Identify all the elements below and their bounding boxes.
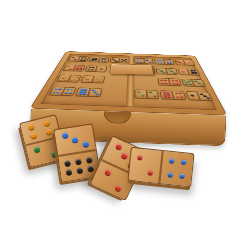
pip-blue <box>95 93 99 95</box>
tile-half-3-green <box>165 68 177 74</box>
tile-half-3-green <box>191 80 205 87</box>
tile-half-4-blue <box>158 151 193 186</box>
pip-red <box>137 155 142 160</box>
pip-blue <box>70 89 74 91</box>
pip-red <box>174 92 178 94</box>
pip-black <box>66 169 73 176</box>
domino-tile-3-5[interactable] <box>109 57 129 63</box>
pip-black <box>75 158 82 165</box>
pip-blue <box>71 136 78 143</box>
pip-black <box>100 68 103 69</box>
pip-orange <box>28 124 35 131</box>
pip-orange <box>70 79 74 81</box>
pip-blue <box>69 92 73 94</box>
pip-red <box>164 80 167 82</box>
pip-black <box>84 57 87 58</box>
pip-red <box>104 168 112 176</box>
pip-black <box>91 69 94 70</box>
pip-green <box>141 95 144 97</box>
tile-half-4-black <box>77 57 89 62</box>
pip-red <box>167 96 171 98</box>
pip-black <box>206 97 210 99</box>
tile-half-2-green <box>135 90 146 98</box>
domino-tile-5-3[interactable] <box>181 79 206 87</box>
pip-black <box>85 157 92 164</box>
pip-blue <box>181 160 186 165</box>
pip-red <box>182 71 185 72</box>
tile-half-2-red <box>128 148 161 183</box>
pip-red <box>148 170 153 175</box>
tile-half-6-black <box>187 69 200 75</box>
domino-tile-3-6[interactable] <box>81 75 105 83</box>
pip-blue <box>160 62 163 63</box>
pip-red <box>67 66 70 67</box>
pip-red <box>172 83 175 85</box>
pip-red <box>160 79 163 81</box>
pip-black <box>115 61 118 62</box>
pip-red <box>164 82 167 84</box>
left-compartment <box>47 55 129 100</box>
domino-tile-3-1[interactable] <box>174 60 195 66</box>
pip-black <box>87 166 94 173</box>
pip-red <box>175 96 179 98</box>
pip-black <box>121 61 124 62</box>
pip-red <box>175 80 178 82</box>
finger-notch <box>103 111 131 124</box>
pip-red <box>79 69 82 70</box>
tile-half-3-blue <box>87 88 101 96</box>
tile-half-2-green <box>145 90 158 98</box>
pip-green <box>162 72 165 73</box>
tile-half-3-black <box>196 92 212 100</box>
domino-tile-2-2[interactable] <box>134 89 159 99</box>
pip-blue <box>136 61 138 62</box>
domino-tile-6-4[interactable] <box>160 90 187 100</box>
pip-green <box>153 95 156 97</box>
pip-blue <box>169 63 172 64</box>
pip-red <box>161 82 164 84</box>
pip-green <box>173 72 176 73</box>
tile-half-6-black <box>98 57 109 62</box>
pip-black <box>125 61 128 62</box>
tray-floor <box>40 54 216 111</box>
pip-black <box>104 60 107 61</box>
box-tray-top <box>30 51 228 115</box>
domino-tile-4-4[interactable] <box>158 78 182 86</box>
pip-green <box>200 84 204 86</box>
domino-tile-6-6[interactable] <box>89 57 110 63</box>
pip-red <box>178 92 182 94</box>
pip-black <box>191 95 195 97</box>
tile-half-6-orange <box>91 76 104 83</box>
pip-black <box>94 60 97 61</box>
pip-green <box>184 83 187 85</box>
tile-half-4-red <box>171 91 185 99</box>
pip-red <box>115 184 123 192</box>
pip-blue <box>61 132 68 139</box>
domino-tile-2-4[interactable] <box>127 147 194 188</box>
domino-tile-4-6[interactable] <box>154 59 174 65</box>
pip-green <box>149 91 152 93</box>
pip-black <box>76 167 83 174</box>
pip-orange <box>30 132 37 139</box>
pip-blue <box>140 62 143 63</box>
pip-red <box>176 83 179 85</box>
domino-tile-1-6[interactable] <box>177 68 200 75</box>
pip-orange <box>75 80 79 82</box>
tile-half-5-orange <box>67 75 81 82</box>
pip-blue <box>169 158 174 163</box>
tile-half-1-red <box>183 60 195 65</box>
pip-blue <box>82 93 86 95</box>
pip-black <box>64 160 71 167</box>
tile-half-1-black <box>95 66 107 72</box>
tile-half-4-red <box>168 79 181 86</box>
pip-orange <box>59 79 63 81</box>
pip-orange <box>43 120 50 127</box>
domino-tile-2-6[interactable] <box>62 65 85 72</box>
pip-blue <box>179 174 184 179</box>
pip-green <box>189 84 192 86</box>
tile-half-4-blue <box>60 87 76 95</box>
pip-blue <box>146 60 149 61</box>
pip-red <box>171 80 174 82</box>
pip-red <box>115 142 123 150</box>
tile-half-6-blue <box>163 59 174 64</box>
pip-blue <box>167 172 172 177</box>
pip-red <box>179 96 183 98</box>
domino-tile-4-4[interactable] <box>49 86 77 95</box>
pip-black <box>71 57 74 58</box>
domino-tile-1-3[interactable] <box>185 91 213 101</box>
tile-half-5-black <box>118 58 128 63</box>
domino-tile-5-5[interactable] <box>56 75 82 83</box>
pip-orange <box>45 128 52 135</box>
pip-blue <box>149 62 152 63</box>
pip-red <box>188 62 191 63</box>
pip-orange <box>98 81 101 83</box>
pip-black <box>92 67 95 68</box>
product-photo-stage <box>0 0 250 250</box>
domino-tile-4-1[interactable] <box>85 65 107 72</box>
domino-tile-2-4[interactable] <box>68 56 89 62</box>
pip-black <box>83 59 86 60</box>
domino-tile-5-2[interactable] <box>134 58 153 64</box>
pip-black <box>194 73 197 74</box>
domino-tile-3-3[interactable] <box>156 68 178 75</box>
pip-green <box>33 146 40 153</box>
pip-blue <box>82 141 89 148</box>
pip-blue <box>160 60 163 61</box>
tile-half-6-red <box>72 65 85 71</box>
center-divider-block <box>109 64 154 75</box>
pip-red <box>121 152 129 160</box>
domino-tile-6-3[interactable] <box>75 87 102 96</box>
tile-half-2-blue <box>143 59 153 64</box>
pip-green <box>137 91 140 93</box>
